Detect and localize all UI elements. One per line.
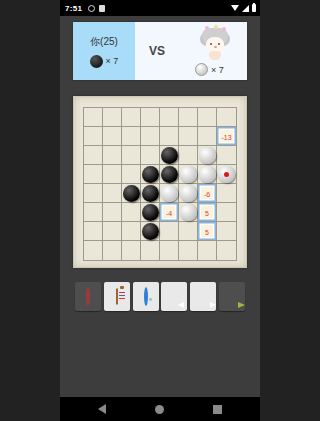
board-cell[interactable] <box>141 184 160 203</box>
board-cell[interactable] <box>217 108 236 127</box>
board-cell[interactable] <box>179 108 198 127</box>
white-stone-count: × 7 <box>211 65 224 75</box>
bulb-icon <box>144 289 148 304</box>
board-cell[interactable] <box>122 184 141 203</box>
battery-icon <box>252 4 256 12</box>
board-cell[interactable] <box>160 222 179 241</box>
hint-score: 5 <box>198 203 216 221</box>
board-cell[interactable] <box>160 165 179 184</box>
board-cell[interactable] <box>179 127 198 146</box>
board-cell[interactable] <box>84 203 103 222</box>
player-header: 你(25) × 7 VS × 7 <box>73 22 247 80</box>
hint-button[interactable] <box>133 282 159 311</box>
board-cell[interactable] <box>84 184 103 203</box>
board-cell[interactable] <box>179 241 198 260</box>
board-cell[interactable] <box>198 241 217 260</box>
clipboard-icon <box>116 289 118 304</box>
black-stone-icon <box>90 55 103 68</box>
board-cell[interactable] <box>160 146 179 165</box>
board-cell[interactable] <box>217 146 236 165</box>
board-cell[interactable] <box>179 146 198 165</box>
home-button[interactable] <box>155 405 164 414</box>
board-cell[interactable] <box>84 241 103 260</box>
toolbar <box>75 282 245 312</box>
black-stone <box>161 147 178 164</box>
board-cell[interactable] <box>122 108 141 127</box>
board-cell[interactable] <box>122 203 141 222</box>
surrender-button[interactable] <box>75 282 101 311</box>
opponent-avatar <box>199 28 231 62</box>
white-stone <box>180 204 197 221</box>
board-cell[interactable] <box>179 165 198 184</box>
hint-score: -4 <box>160 203 178 221</box>
clock-notification-icon <box>88 5 95 12</box>
black-stone <box>123 185 140 202</box>
continue-button[interactable] <box>219 282 245 311</box>
board-cell[interactable] <box>122 165 141 184</box>
board-cell[interactable] <box>103 127 122 146</box>
board-cell[interactable] <box>141 203 160 222</box>
black-stone-count: × 7 <box>106 56 119 66</box>
board-cell[interactable] <box>198 108 217 127</box>
board-cell[interactable] <box>103 108 122 127</box>
board-cell[interactable] <box>160 241 179 260</box>
board-cell[interactable] <box>217 203 236 222</box>
vs-label: VS <box>135 22 179 80</box>
board-cell[interactable] <box>141 127 160 146</box>
board-cell[interactable] <box>122 241 141 260</box>
white-stone <box>161 185 178 202</box>
redo-button[interactable] <box>190 282 216 311</box>
board-cell[interactable] <box>160 184 179 203</box>
hint-score: -13 <box>217 127 236 145</box>
forbid-icon <box>86 289 90 304</box>
signal-icon <box>242 5 249 12</box>
board-cell[interactable] <box>179 222 198 241</box>
white-stone <box>199 166 216 183</box>
board-cell[interactable] <box>198 127 217 146</box>
board-cell[interactable] <box>141 241 160 260</box>
game-board: -13-6-455 <box>73 96 247 268</box>
board-cell[interactable] <box>122 127 141 146</box>
undo-button[interactable] <box>161 282 187 311</box>
game-record-button[interactable] <box>104 282 130 311</box>
board-cell[interactable] <box>84 108 103 127</box>
white-stone <box>218 166 235 183</box>
wifi-icon <box>231 5 239 11</box>
black-stone <box>142 223 159 240</box>
white-player-panel: × 7 <box>179 22 247 80</box>
board-cell[interactable] <box>160 127 179 146</box>
board-cell[interactable] <box>198 165 217 184</box>
hint-cell[interactable]: 5 <box>198 222 217 241</box>
board-cell[interactable] <box>84 127 103 146</box>
black-stone <box>142 166 159 183</box>
board-cell[interactable] <box>179 184 198 203</box>
board-cell[interactable] <box>217 222 236 241</box>
back-button[interactable] <box>98 404 106 414</box>
board-cell[interactable] <box>103 184 122 203</box>
board-cell[interactable] <box>103 241 122 260</box>
hint-cell[interactable]: -6 <box>198 184 217 203</box>
board-cell[interactable] <box>84 165 103 184</box>
board-cell[interactable] <box>141 108 160 127</box>
clock: 7:51 <box>65 4 82 13</box>
app-notification-icon <box>99 5 105 12</box>
hint-cell[interactable]: -13 <box>217 127 236 146</box>
board-grid: -13-6-455 <box>83 107 237 261</box>
last-move-marker <box>224 172 229 177</box>
board-cell[interactable] <box>217 241 236 260</box>
black-stone <box>142 204 159 221</box>
white-stone-icon <box>195 63 208 76</box>
board-cell[interactable] <box>103 203 122 222</box>
white-stone <box>180 185 197 202</box>
black-player-name: 你(25) <box>90 35 118 49</box>
board-cell[interactable] <box>141 146 160 165</box>
board-cell[interactable] <box>198 146 217 165</box>
black-stone <box>142 185 159 202</box>
board-cell[interactable] <box>103 222 122 241</box>
app-window: 7:51 你(25) × 7 VS <box>60 0 260 421</box>
board-cell[interactable] <box>122 146 141 165</box>
black-player-panel: 你(25) × 7 <box>73 22 135 80</box>
board-cell[interactable] <box>84 222 103 241</box>
board-cell[interactable] <box>84 146 103 165</box>
recents-button[interactable] <box>213 405 222 414</box>
nav-bar <box>60 397 260 421</box>
status-bar: 7:51 <box>60 0 260 16</box>
white-stone <box>199 147 216 164</box>
board-cell[interactable] <box>141 165 160 184</box>
board-cell[interactable] <box>179 203 198 222</box>
board-cell[interactable] <box>160 108 179 127</box>
hint-cell[interactable]: -4 <box>160 203 179 222</box>
board-cell[interactable] <box>141 222 160 241</box>
board-cell[interactable] <box>217 165 236 184</box>
hint-score: -6 <box>198 184 216 202</box>
board-cell[interactable] <box>103 165 122 184</box>
hint-cell[interactable]: 5 <box>198 203 217 222</box>
board-cell[interactable] <box>217 184 236 203</box>
black-stone <box>161 166 178 183</box>
white-stone <box>180 166 197 183</box>
board-cell[interactable] <box>122 222 141 241</box>
board-cell[interactable] <box>103 146 122 165</box>
hint-score: 5 <box>198 222 216 240</box>
